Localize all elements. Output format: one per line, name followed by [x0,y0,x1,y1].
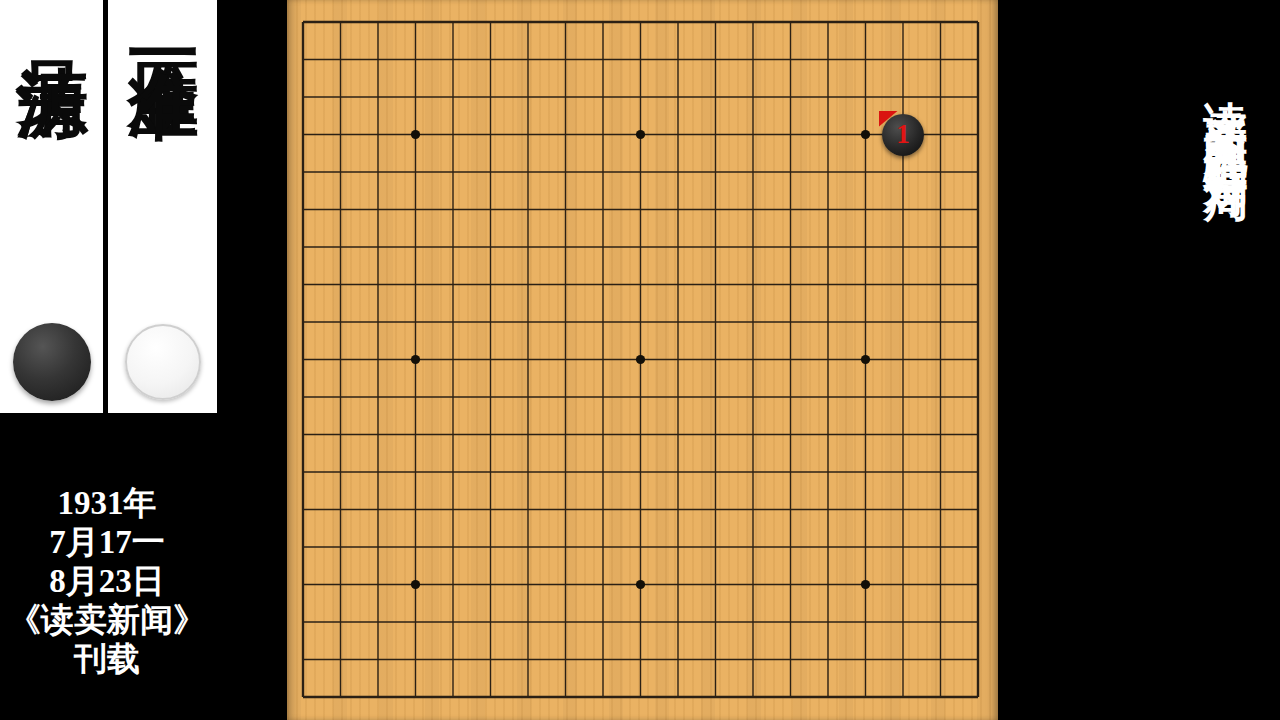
intersection-2-17 [884,41,922,79]
intersection-7-12 [697,228,735,266]
intersection-10-12 [697,341,735,379]
intersection-2-6 [472,41,510,79]
intersection-5-3 [359,153,397,191]
player-white-panel: 雁金准一 [108,0,217,413]
intersection-8-6 [472,266,510,304]
intersection-2-13 [734,41,772,79]
intersection-4-6 [472,116,510,154]
intersection-17-19 [959,603,997,641]
intersection-6-13 [734,191,772,229]
intersection-8-7 [509,266,547,304]
intersection-4-1 [284,116,322,154]
intersection-14-11 [659,491,697,529]
intersection-16-19 [959,566,997,604]
intersection-6-3 [359,191,397,229]
intersection-2-5 [434,41,472,79]
intersection-1-6 [472,3,510,41]
intersection-15-18 [922,528,960,566]
intersection-18-1 [284,641,322,679]
intersection-19-2 [322,678,360,716]
intersection-11-19 [959,378,997,416]
intersection-18-11 [659,641,697,679]
intersection-6-19 [959,191,997,229]
intersection-12-17 [884,416,922,454]
intersection-19-15 [809,678,847,716]
intersection-19-9 [584,678,622,716]
intersection-11-10 [622,378,660,416]
intersection-11-11 [659,378,697,416]
intersection-17-1 [284,603,322,641]
intersection-16-13 [734,566,772,604]
player-black-panel: 吴清源 [0,0,103,413]
intersection-6-14 [772,191,810,229]
intersection-3-10 [622,78,660,116]
intersection-19-13 [734,678,772,716]
intersection-9-1 [284,303,322,341]
intersection-7-16 [847,228,885,266]
intersection-1-19 [959,3,997,41]
intersection-2-18 [922,41,960,79]
intersection-4-11 [659,116,697,154]
intersection-18-8 [547,641,585,679]
intersection-16-3 [359,566,397,604]
intersection-4-14 [772,116,810,154]
intersection-3-14 [772,78,810,116]
intersection-11-17 [884,378,922,416]
intersection-8-17 [884,266,922,304]
intersection-6-5 [434,191,472,229]
intersection-3-12 [697,78,735,116]
intersection-1-1 [284,3,322,41]
intersection-1-18 [922,3,960,41]
intersection-19-11 [659,678,697,716]
intersection-1-4 [397,3,435,41]
intersection-16-2 [322,566,360,604]
intersection-15-17 [884,528,922,566]
intersection-19-7 [509,678,547,716]
intersection-15-6 [472,528,510,566]
intersection-3-7 [509,78,547,116]
intersection-10-6 [472,341,510,379]
intersection-17-18 [922,603,960,641]
intersection-6-11 [659,191,697,229]
intersection-9-18 [922,303,960,341]
intersection-4-4 [397,116,435,154]
intersection-7-1 [284,228,322,266]
intersection-14-2 [322,491,360,529]
intersection-19-19 [959,678,997,716]
intersection-16-6 [472,566,510,604]
intersection-19-10 [622,678,660,716]
intersection-17-10 [622,603,660,641]
intersection-2-2 [322,41,360,79]
intersection-7-5 [434,228,472,266]
intersection-18-2 [322,641,360,679]
intersection-5-18 [922,153,960,191]
caption-line-end-date: 8月23日 [0,562,214,601]
intersection-14-16 [847,491,885,529]
intersection-8-3 [359,266,397,304]
intersection-13-11 [659,453,697,491]
intersection-1-3 [359,3,397,41]
intersection-19-18 [922,678,960,716]
intersection-9-6 [472,303,510,341]
intersection-10-18 [922,341,960,379]
intersection-14-15 [809,491,847,529]
intersection-3-15 [809,78,847,116]
intersection-18-18 [922,641,960,679]
intersection-12-19 [959,416,997,454]
intersection-5-7 [509,153,547,191]
intersection-3-13 [734,78,772,116]
intersection-7-19 [959,228,997,266]
intersection-2-8 [547,41,585,79]
intersection-13-13 [734,453,772,491]
intersection-16-8 [547,566,585,604]
intersection-8-14 [772,266,810,304]
goban-grid: 1 [284,3,997,716]
intersection-5-5 [434,153,472,191]
intersection-16-9 [584,566,622,604]
intersection-13-6 [472,453,510,491]
intersection-17-11 [659,603,697,641]
intersection-17-8 [547,603,585,641]
intersection-8-9 [584,266,622,304]
intersection-17-7 [509,603,547,641]
intersection-8-8 [547,266,585,304]
intersection-4-17: 1 [884,116,922,154]
intersection-4-12 [697,116,735,154]
intersection-18-3 [359,641,397,679]
intersection-3-6 [472,78,510,116]
intersection-9-12 [697,303,735,341]
intersection-9-19 [959,303,997,341]
intersection-13-18 [922,453,960,491]
caption-line-year: 1931年 [0,484,214,523]
intersection-3-11 [659,78,697,116]
intersection-8-15 [809,266,847,304]
intersection-7-9 [584,228,622,266]
intersection-7-17 [884,228,922,266]
intersection-3-2 [322,78,360,116]
intersection-5-13 [734,153,772,191]
intersection-3-19 [959,78,997,116]
intersection-3-8 [547,78,585,116]
intersection-5-14 [772,153,810,191]
intersection-19-6 [472,678,510,716]
intersection-14-1 [284,491,322,529]
intersection-2-3 [359,41,397,79]
intersection-9-4 [397,303,435,341]
intersection-12-6 [472,416,510,454]
intersection-1-15 [809,3,847,41]
intersection-19-5 [434,678,472,716]
intersection-10-16 [847,341,885,379]
intersection-11-3 [359,378,397,416]
intersection-10-5 [434,341,472,379]
intersection-18-15 [809,641,847,679]
intersection-2-10 [622,41,660,79]
intersection-3-18 [922,78,960,116]
intersection-15-14 [772,528,810,566]
intersection-5-1 [284,153,322,191]
intersection-4-2 [322,116,360,154]
intersection-7-6 [472,228,510,266]
intersection-15-9 [584,528,622,566]
intersection-19-16 [847,678,885,716]
intersection-5-12 [697,153,735,191]
intersection-16-1 [284,566,322,604]
intersection-10-1 [284,341,322,379]
intersection-14-10 [622,491,660,529]
intersection-6-8 [547,191,585,229]
intersection-2-4 [397,41,435,79]
intersection-11-16 [847,378,885,416]
intersection-6-10 [622,191,660,229]
intersection-9-17 [884,303,922,341]
intersection-6-2 [322,191,360,229]
intersection-18-9 [584,641,622,679]
intersection-2-15 [809,41,847,79]
intersection-1-12 [697,3,735,41]
intersection-12-8 [547,416,585,454]
intersection-1-9 [584,3,622,41]
player-white-name: 雁金准一 [108,4,217,324]
intersection-7-7 [509,228,547,266]
intersection-17-3 [359,603,397,641]
intersection-9-15 [809,303,847,341]
intersection-14-4 [397,491,435,529]
intersection-19-14 [772,678,810,716]
intersection-7-3 [359,228,397,266]
intersection-14-17 [884,491,922,529]
intersection-1-2 [322,3,360,41]
intersection-10-8 [547,341,585,379]
intersection-7-4 [397,228,435,266]
intersection-6-1 [284,191,322,229]
intersection-1-13 [734,3,772,41]
intersection-11-8 [547,378,585,416]
intersection-9-7 [509,303,547,341]
intersection-12-16 [847,416,885,454]
intersection-14-19 [959,491,997,529]
intersection-5-10 [622,153,660,191]
intersection-15-3 [359,528,397,566]
intersection-18-6 [472,641,510,679]
intersection-8-5 [434,266,472,304]
intersection-6-12 [697,191,735,229]
intersection-5-2 [322,153,360,191]
intersection-13-5 [434,453,472,491]
intersection-17-15 [809,603,847,641]
intersection-13-3 [359,453,397,491]
move-number-label: 1 [896,121,910,148]
caption-line-newspaper: 《读卖新闻》 [0,601,214,640]
intersection-13-10 [622,453,660,491]
intersection-15-5 [434,528,472,566]
intersection-18-7 [509,641,547,679]
intersection-17-16 [847,603,885,641]
intersection-10-3 [359,341,397,379]
intersection-10-10 [622,341,660,379]
intersection-13-9 [584,453,622,491]
intersection-19-17 [884,678,922,716]
intersection-5-19 [959,153,997,191]
intersection-10-9 [584,341,622,379]
intersection-8-18 [922,266,960,304]
intersection-7-2 [322,228,360,266]
intersection-15-4 [397,528,435,566]
intersection-17-13 [734,603,772,641]
intersection-10-15 [809,341,847,379]
intersection-17-17 [884,603,922,641]
intersection-14-5 [434,491,472,529]
intersection-12-2 [322,416,360,454]
intersection-14-9 [584,491,622,529]
intersection-13-14 [772,453,810,491]
intersection-1-16 [847,3,885,41]
intersection-12-15 [809,416,847,454]
intersection-7-11 [659,228,697,266]
intersection-18-16 [847,641,885,679]
stone-black-move-1: 1 [882,114,924,156]
intersection-9-10 [622,303,660,341]
intersection-11-5 [434,378,472,416]
intersection-11-4 [397,378,435,416]
intersection-12-14 [772,416,810,454]
intersection-4-15 [809,116,847,154]
intersection-7-13 [734,228,772,266]
black-stone-icon [13,323,91,401]
intersection-15-2 [322,528,360,566]
intersection-10-11 [659,341,697,379]
intersection-5-16 [847,153,885,191]
intersection-14-8 [547,491,585,529]
intersection-16-4 [397,566,435,604]
intersection-6-6 [472,191,510,229]
intersection-16-10 [622,566,660,604]
intersection-15-16 [847,528,885,566]
intersection-4-7 [509,116,547,154]
intersection-9-8 [547,303,585,341]
intersection-7-15 [809,228,847,266]
intersection-17-9 [584,603,622,641]
intersection-9-3 [359,303,397,341]
caption-line-published: 刊载 [0,640,214,679]
intersection-4-10 [622,116,660,154]
intersection-11-6 [472,378,510,416]
intersection-13-7 [509,453,547,491]
intersection-8-2 [322,266,360,304]
intersection-12-18 [922,416,960,454]
intersection-12-9 [584,416,622,454]
intersection-5-9 [584,153,622,191]
intersection-16-11 [659,566,697,604]
intersection-16-16 [847,566,885,604]
intersection-9-13 [734,303,772,341]
intersection-15-1 [284,528,322,566]
intersection-17-5 [434,603,472,641]
white-stone-icon [125,324,201,400]
intersection-9-14 [772,303,810,341]
intersection-4-8 [547,116,585,154]
intersection-13-1 [284,453,322,491]
intersection-16-15 [809,566,847,604]
intersection-1-11 [659,3,697,41]
intersection-9-2 [322,303,360,341]
intersection-1-10 [622,3,660,41]
intersection-11-14 [772,378,810,416]
intersection-16-14 [772,566,810,604]
intersection-14-14 [772,491,810,529]
intersection-3-4 [397,78,435,116]
intersection-3-17 [884,78,922,116]
intersection-2-7 [509,41,547,79]
intersection-11-12 [697,378,735,416]
intersection-5-8 [547,153,585,191]
intersection-3-5 [434,78,472,116]
intersection-11-1 [284,378,322,416]
intersection-4-19 [959,116,997,154]
intersection-15-13 [734,528,772,566]
intersection-3-9 [584,78,622,116]
intersection-6-17 [884,191,922,229]
intersection-16-12 [697,566,735,604]
intersection-16-18 [922,566,960,604]
intersection-18-12 [697,641,735,679]
intersection-9-11 [659,303,697,341]
intersection-4-5 [434,116,472,154]
video-frame: 吴清源 雁金准一 1931年 7月17一 8月23日 《读卖新闻》 刊载 1 读… [0,0,1280,720]
intersection-1-5 [434,3,472,41]
intersection-18-19 [959,641,997,679]
intersection-18-4 [397,641,435,679]
intersection-18-13 [734,641,772,679]
intersection-6-7 [509,191,547,229]
intersection-19-4 [397,678,435,716]
match-title: 读卖新闻九连胜特别对局 [1200,66,1250,666]
intersection-15-11 [659,528,697,566]
intersection-14-13 [734,491,772,529]
intersection-10-2 [322,341,360,379]
game-info-caption: 1931年 7月17一 8月23日 《读卖新闻》 刊载 [0,484,214,679]
intersection-8-10 [622,266,660,304]
intersection-12-1 [284,416,322,454]
intersection-3-1 [284,78,322,116]
intersection-13-4 [397,453,435,491]
intersection-6-18 [922,191,960,229]
intersection-5-4 [397,153,435,191]
intersection-8-19 [959,266,997,304]
intersection-8-1 [284,266,322,304]
intersection-15-10 [622,528,660,566]
intersection-4-13 [734,116,772,154]
intersection-14-12 [697,491,735,529]
intersection-5-6 [472,153,510,191]
intersection-12-13 [734,416,772,454]
intersection-8-4 [397,266,435,304]
intersection-1-8 [547,3,585,41]
intersection-10-14 [772,341,810,379]
intersection-14-7 [509,491,547,529]
intersection-10-19 [959,341,997,379]
intersection-9-5 [434,303,472,341]
intersection-13-8 [547,453,585,491]
intersection-11-15 [809,378,847,416]
intersection-13-15 [809,453,847,491]
intersection-11-7 [509,378,547,416]
intersection-4-3 [359,116,397,154]
